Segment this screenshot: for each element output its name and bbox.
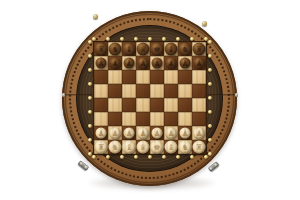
piece-glyph: ♞ [111,45,118,53]
square-e5[interactable] [150,84,164,98]
piece-glyph: ♝ [125,143,132,151]
square-h8[interactable]: ♜ [192,42,206,56]
square-f1[interactable]: ♝ [164,140,178,154]
stud-bottom-2 [120,155,124,159]
stud-left-1 [88,54,92,58]
stud-right-5 [208,110,212,114]
white-bishop-f1[interactable]: ♝ [165,141,178,154]
square-a4[interactable] [94,98,108,112]
square-e6[interactable] [150,70,164,84]
square-h4[interactable] [192,98,206,112]
stud-left-8 [88,152,92,156]
square-b1[interactable]: ♞ [108,140,122,154]
stud-right-3 [208,82,212,86]
square-f6[interactable] [164,70,178,84]
black-pawn-g7[interactable]: ♟ [180,58,191,69]
square-e2[interactable]: ♟ [150,126,164,140]
stud-top-0 [92,37,96,41]
stud-top-3 [134,37,138,41]
square-d7[interactable]: ♟ [136,56,150,70]
stud-left-0 [88,40,92,44]
square-g6[interactable] [178,70,192,84]
square-c1[interactable]: ♝ [122,140,136,154]
piece-glyph: ♟ [167,59,174,67]
white-pawn-a2[interactable]: ♟ [96,128,107,139]
square-h3[interactable] [192,112,206,126]
square-f5[interactable] [164,84,178,98]
piece-glyph: ♟ [125,59,132,67]
square-e3[interactable] [150,112,164,126]
piece-glyph: ♞ [181,45,188,53]
stud-right-1 [208,54,212,58]
black-rook-h8[interactable]: ♜ [193,43,206,56]
square-e7[interactable]: ♟ [150,56,164,70]
piece-glyph: ♝ [125,45,132,53]
square-c2[interactable]: ♟ [122,126,136,140]
hinge-pin-right [235,93,238,97]
piece-glyph: ♟ [125,129,132,137]
square-d5[interactable] [136,84,150,98]
piece-glyph: ♚ [153,143,160,151]
square-f4[interactable] [164,98,178,112]
square-f7[interactable]: ♟ [164,56,178,70]
piece-glyph: ♜ [97,143,104,151]
square-h5[interactable] [192,84,206,98]
black-rook-a8[interactable]: ♜ [95,43,108,56]
stud-right-7 [208,138,212,142]
piece-glyph: ♟ [181,129,188,137]
stud-left-6 [88,124,92,128]
square-a2[interactable]: ♟ [94,126,108,140]
hinge-pin-left [62,93,65,97]
square-g2[interactable]: ♟ [178,126,192,140]
piece-glyph: ♜ [195,45,202,53]
stud-bottom-1 [106,155,110,159]
white-pawn-c2[interactable]: ♟ [124,128,135,139]
square-d2[interactable]: ♟ [136,126,150,140]
piece-glyph: ♜ [195,143,202,151]
square-d3[interactable] [136,112,150,126]
square-c5[interactable] [122,84,136,98]
black-queen-d8[interactable]: ♛ [137,43,150,56]
white-bishop-c1[interactable]: ♝ [123,141,136,154]
white-rook-a1[interactable]: ♜ [95,141,108,154]
stud-left-3 [88,82,92,86]
square-a1[interactable]: ♜ [94,140,108,154]
square-g3[interactable] [178,112,192,126]
white-pawn-g2[interactable]: ♟ [180,128,191,139]
stud-right-6 [208,124,212,128]
stud-bottom-0 [92,155,96,159]
square-g8[interactable]: ♞ [178,42,192,56]
stud-top-2 [120,37,124,41]
square-b7[interactable]: ♟ [108,56,122,70]
piece-glyph: ♟ [97,129,104,137]
stud-left-2 [88,68,92,72]
black-bishop-f8[interactable]: ♝ [165,43,178,56]
square-f3[interactable] [164,112,178,126]
square-b5[interactable] [108,84,122,98]
black-bishop-c8[interactable]: ♝ [123,43,136,56]
square-d6[interactable] [136,70,150,84]
black-pawn-b7[interactable]: ♟ [110,58,121,69]
white-pawn-e2[interactable]: ♟ [152,128,163,139]
piece-glyph: ♞ [111,143,118,151]
square-c7[interactable]: ♟ [122,56,136,70]
square-h7[interactable]: ♟ [192,56,206,70]
square-h6[interactable] [192,70,206,84]
chess-board[interactable]: ♜♞♝♛♚♝♞♜♟♟♟♟♟♟♟♟♟♟♟♟♟♟♟♟♜♞♝♛♚♝♞♜ [94,42,206,154]
square-b2[interactable]: ♟ [108,126,122,140]
piece-glyph: ♟ [139,59,146,67]
stud-bottom-3 [134,155,138,159]
stud-left-5 [88,110,92,114]
black-pawn-c7[interactable]: ♟ [124,58,135,69]
black-king-e8[interactable]: ♚ [151,43,164,56]
stud-top-4 [148,37,152,41]
white-pawn-h2[interactable]: ♟ [194,128,205,139]
stud-bottom-6 [176,155,180,159]
piece-glyph: ♝ [167,45,174,53]
black-knight-g8[interactable]: ♞ [179,43,192,56]
black-pawn-e7[interactable]: ♟ [152,58,163,69]
stud-bottom-7 [190,155,194,159]
square-h1[interactable]: ♜ [192,140,206,154]
piece-glyph: ♛ [139,143,146,151]
stud-top-8 [204,37,208,41]
piece-glyph: ♟ [111,129,118,137]
stud-top-5 [162,37,166,41]
latch-bottom-right[interactable] [208,161,220,172]
stud-bottom-4 [148,155,152,159]
piece-glyph: ♟ [195,59,202,67]
square-a7[interactable]: ♟ [94,56,108,70]
piece-glyph: ♛ [139,45,146,53]
square-b4[interactable] [108,98,122,112]
square-a3[interactable] [94,112,108,126]
piece-glyph: ♟ [97,59,104,67]
stud-right-2 [208,68,212,72]
stud-bottom-8 [204,155,208,159]
rim-knob-top-left [93,14,98,19]
white-knight-b1[interactable]: ♞ [109,141,122,154]
square-h2[interactable]: ♟ [192,126,206,140]
white-king-e1[interactable]: ♚ [151,141,164,154]
square-f8[interactable]: ♝ [164,42,178,56]
square-c3[interactable] [122,112,136,126]
stud-right-4 [208,96,212,100]
piece-glyph: ♟ [111,59,118,67]
square-e1[interactable]: ♚ [150,140,164,154]
square-a6[interactable] [94,70,108,84]
white-queen-d1[interactable]: ♛ [137,141,150,154]
square-d8[interactable]: ♛ [136,42,150,56]
rim-knob-top-right [202,21,207,26]
stud-bottom-5 [162,155,166,159]
square-g1[interactable]: ♞ [178,140,192,154]
square-d1[interactable]: ♛ [136,140,150,154]
piece-glyph: ♜ [97,45,104,53]
white-knight-g1[interactable]: ♞ [179,141,192,154]
square-a8[interactable]: ♜ [94,42,108,56]
stud-left-4 [88,96,92,100]
square-b6[interactable] [108,70,122,84]
square-d4[interactable] [136,98,150,112]
white-pawn-f2[interactable]: ♟ [166,128,177,139]
square-a5[interactable] [94,84,108,98]
stud-right-0 [208,40,212,44]
square-b8[interactable]: ♞ [108,42,122,56]
square-c6[interactable] [122,70,136,84]
square-e4[interactable] [150,98,164,112]
piece-glyph: ♟ [153,129,160,137]
square-e8[interactable]: ♚ [150,42,164,56]
white-pawn-b2[interactable]: ♟ [110,128,121,139]
black-pawn-d7[interactable]: ♟ [138,58,149,69]
piece-glyph: ♟ [195,129,202,137]
piece-glyph: ♟ [139,129,146,137]
piece-glyph: ♟ [167,129,174,137]
stud-top-1 [106,37,110,41]
black-pawn-h7[interactable]: ♟ [194,58,205,69]
square-g7[interactable]: ♟ [178,56,192,70]
square-c4[interactable] [122,98,136,112]
latch-bottom-left[interactable] [78,160,90,171]
piece-glyph: ♚ [153,45,160,53]
square-g5[interactable] [178,84,192,98]
chess-case-photo: ♜♞♝♛♚♝♞♜♟♟♟♟♟♟♟♟♟♟♟♟♟♟♟♟♜♞♝♛♚♝♞♜ [0,0,300,200]
square-b3[interactable] [108,112,122,126]
black-pawn-a7[interactable]: ♟ [96,58,107,69]
black-knight-b8[interactable]: ♞ [109,43,122,56]
square-g4[interactable] [178,98,192,112]
square-c8[interactable]: ♝ [122,42,136,56]
piece-glyph: ♟ [181,59,188,67]
square-f2[interactable]: ♟ [164,126,178,140]
white-pawn-d2[interactable]: ♟ [138,128,149,139]
stud-right-8 [208,152,212,156]
black-pawn-f7[interactable]: ♟ [166,58,177,69]
stud-left-7 [88,138,92,142]
piece-glyph: ♞ [181,143,188,151]
stud-top-6 [176,37,180,41]
white-rook-h1[interactable]: ♜ [193,141,206,154]
piece-glyph: ♝ [167,143,174,151]
stud-top-7 [190,37,194,41]
piece-glyph: ♟ [153,59,160,67]
